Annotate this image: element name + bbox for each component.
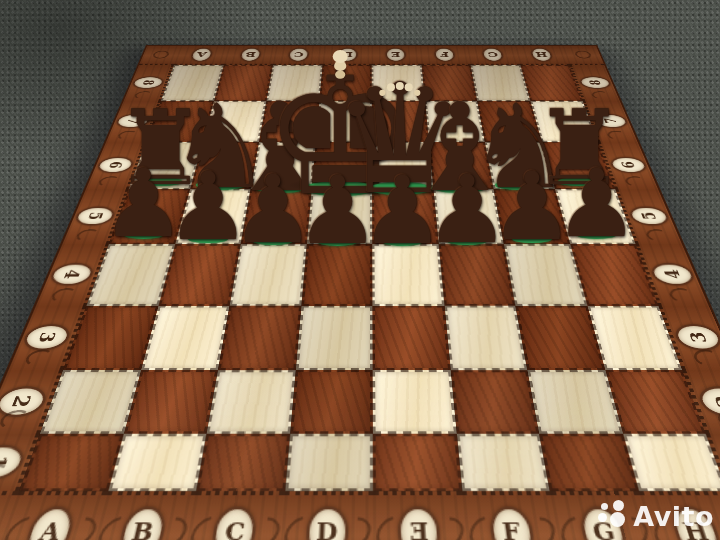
border-scroll-ornament [690, 348, 720, 368]
border-scroll-ornament [117, 130, 137, 141]
square-d7 [315, 101, 371, 142]
square-e2 [373, 370, 456, 434]
square-d4 [301, 244, 372, 305]
square-d6 [311, 142, 372, 189]
border-scroll-ornament [666, 287, 697, 304]
border-scroll-ornament [134, 90, 153, 99]
file-label-near-a: A [0, 491, 108, 540]
avito-logo-icon [598, 500, 628, 530]
square-e7 [372, 101, 429, 142]
file-label-far-f: F [419, 46, 470, 65]
square-b7 [202, 101, 266, 142]
file-label-near-d: D [277, 491, 373, 540]
square-g1 [539, 434, 638, 491]
square-d8 [319, 65, 372, 101]
board-corner [562, 46, 604, 65]
square-b8 [214, 65, 273, 101]
border-scroll-ornament [589, 90, 611, 99]
border-scroll-ornament [24, 348, 54, 368]
square-b1 [108, 434, 207, 491]
square-f8 [421, 65, 477, 101]
square-c5 [241, 189, 312, 244]
file-label-far-c: C [273, 46, 324, 65]
square-b2 [123, 370, 218, 434]
square-e6 [372, 142, 433, 189]
square-f3 [444, 306, 527, 370]
border-scroll-ornament [75, 228, 99, 242]
watermark: Avito [598, 500, 714, 530]
square-f2 [450, 370, 539, 434]
square-c7 [259, 101, 319, 142]
square-f1 [456, 434, 550, 491]
square-c8 [266, 65, 322, 101]
square-e8 [372, 65, 425, 101]
border-scroll-ornament [622, 175, 648, 187]
file-label-far-b: B [223, 46, 276, 65]
file-label-near-f: F [461, 491, 565, 540]
file-label-far-h: H [515, 46, 570, 65]
square-f4 [438, 244, 515, 305]
square-d5 [306, 189, 372, 244]
square-f6 [428, 142, 493, 189]
square-d1 [285, 434, 373, 491]
square-f7 [424, 101, 484, 142]
border-scroll-ornament [643, 228, 671, 242]
square-e3 [372, 306, 450, 370]
square-h1 [622, 434, 720, 491]
file-label-far-e: E [372, 46, 421, 65]
square-e1 [373, 434, 462, 491]
file-label-far-g: G [467, 46, 520, 65]
square-f5 [433, 189, 504, 244]
square-d3 [295, 306, 372, 370]
border-scroll-ornament [50, 287, 77, 304]
photo-of-chess-set: ABCDEFGH8877665544332211ABCDƎFGH ♜♞♝♚♛♝♞… [0, 0, 720, 540]
border-scroll-ornament [605, 130, 629, 141]
square-c3 [218, 306, 301, 370]
square-c1 [196, 434, 290, 491]
file-label-near-c: C [181, 491, 284, 540]
file-label-near-e: Ǝ [373, 491, 469, 540]
file-label-far-d: D [322, 46, 371, 65]
file-label-far-a: A [174, 46, 229, 65]
border-scroll-ornament [98, 175, 120, 187]
square-e4 [372, 244, 444, 305]
watermark-text: Avito [633, 504, 714, 530]
square-e5 [372, 189, 438, 244]
square-b6 [190, 142, 259, 189]
square-d2 [290, 370, 373, 434]
square-c2 [206, 370, 295, 434]
square-c4 [229, 244, 306, 305]
square-c6 [250, 142, 315, 189]
